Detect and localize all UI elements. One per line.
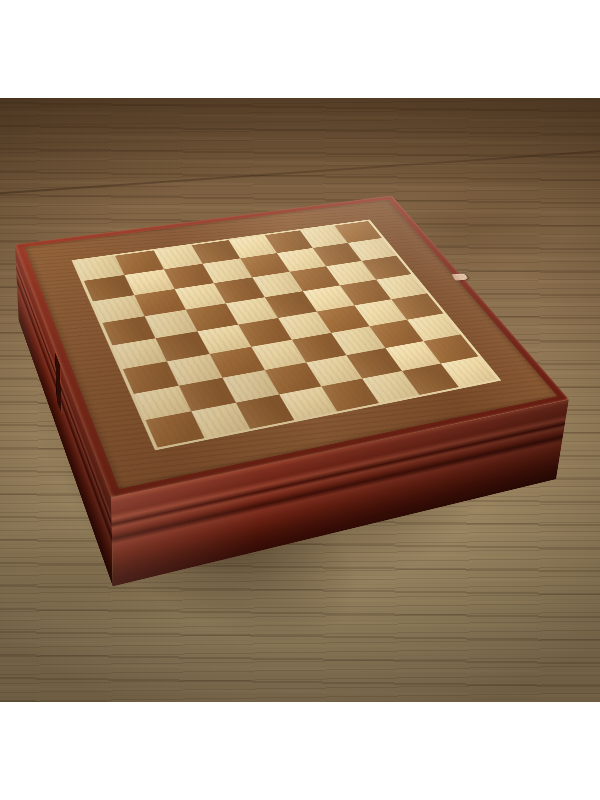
square-f3 — [331, 326, 385, 355]
square-a5 — [102, 316, 155, 345]
square-d3 — [251, 340, 306, 370]
square-f1 — [362, 371, 419, 403]
square-a2 — [134, 386, 191, 420]
product-photo — [0, 98, 600, 702]
square-b3 — [167, 354, 223, 386]
square-a4 — [112, 338, 166, 369]
square-b2 — [179, 378, 236, 411]
square-a3 — [123, 361, 179, 393]
square-g2 — [385, 341, 440, 371]
square-d4 — [238, 318, 292, 347]
square-f2 — [346, 348, 402, 378]
square-c2 — [222, 370, 279, 403]
square-d2 — [265, 363, 321, 395]
square-e1 — [321, 379, 379, 412]
square-c1 — [236, 394, 294, 429]
square-d1 — [279, 386, 337, 420]
square-e3 — [292, 333, 347, 363]
square-g1 — [402, 364, 459, 395]
square-c4 — [197, 325, 251, 354]
chess-box-3d — [15, 196, 569, 498]
square-h1 — [441, 356, 497, 387]
white-matte-bottom — [0, 702, 600, 800]
square-c3 — [210, 347, 265, 378]
square-e2 — [306, 355, 362, 386]
perspective-wrap — [38, 98, 517, 558]
square-a1 — [145, 411, 204, 447]
square-b4 — [155, 331, 209, 361]
square-b5 — [145, 310, 198, 339]
clasp-nub — [452, 273, 469, 280]
white-matte-top — [0, 0, 600, 98]
square-b1 — [191, 403, 250, 438]
screenshot-root — [0, 0, 600, 800]
